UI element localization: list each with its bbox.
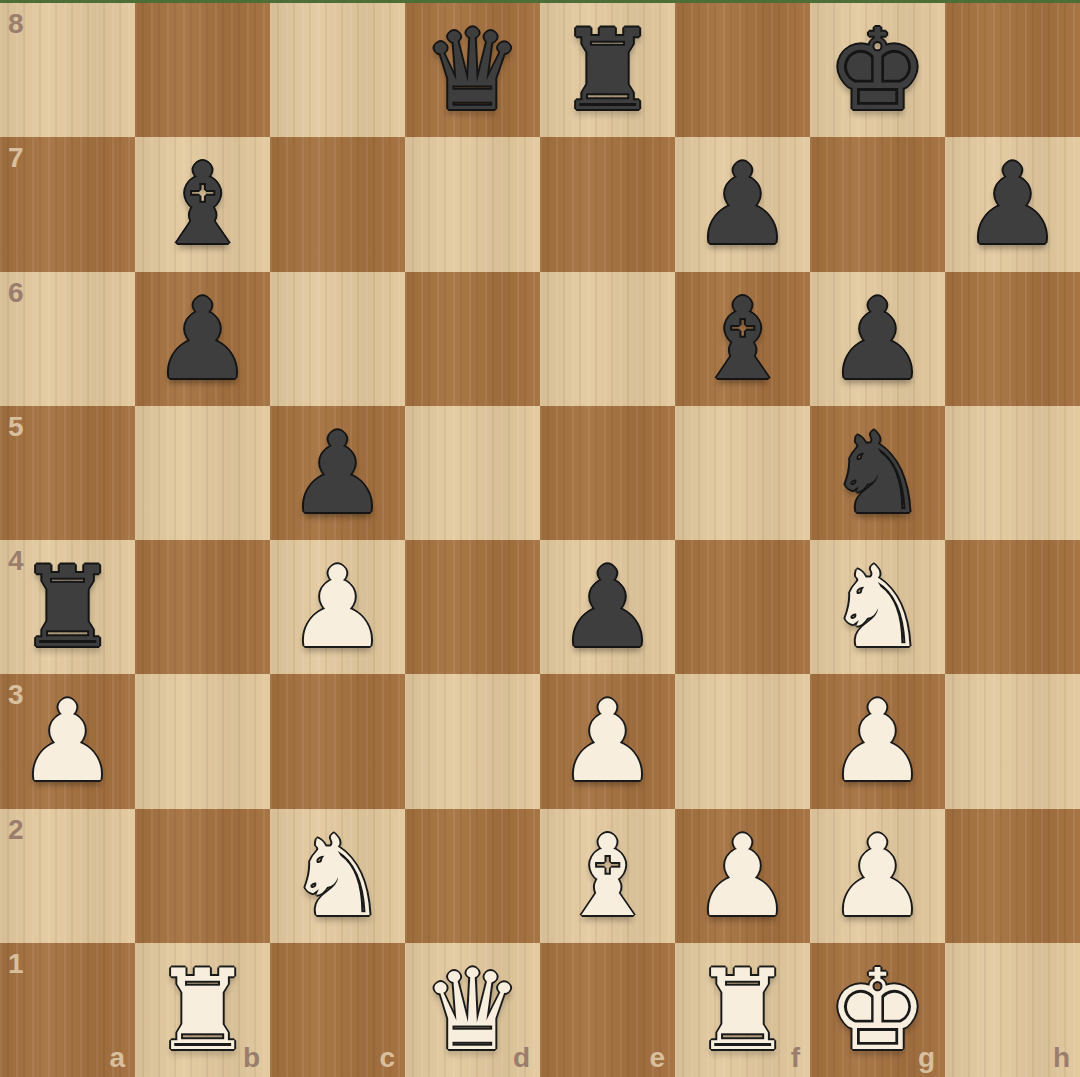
white-pawn[interactable]: ♟ — [827, 820, 927, 932]
square-b3[interactable] — [135, 674, 270, 808]
square-a8[interactable]: 8 — [0, 3, 135, 137]
file-label-e: e — [649, 1042, 665, 1074]
square-a7[interactable]: 7 — [0, 137, 135, 271]
square-h3[interactable] — [945, 674, 1080, 808]
black-pawn[interactable]: ♟ — [152, 283, 252, 395]
white-rook[interactable]: ♜ — [152, 954, 252, 1066]
square-d1[interactable]: d♛ — [405, 943, 540, 1077]
white-pawn[interactable]: ♟ — [827, 685, 927, 797]
square-d6[interactable] — [405, 272, 540, 406]
black-rook[interactable]: ♜ — [557, 14, 657, 126]
black-bishop[interactable]: ♝ — [692, 283, 792, 395]
square-a3[interactable]: 3♟ — [0, 674, 135, 808]
square-h4[interactable] — [945, 540, 1080, 674]
square-f8[interactable] — [675, 3, 810, 137]
rank-label-5: 5 — [8, 411, 24, 443]
square-c1[interactable]: c — [270, 943, 405, 1077]
square-f5[interactable] — [675, 406, 810, 540]
black-pawn[interactable]: ♟ — [287, 417, 387, 529]
file-label-h: h — [1053, 1042, 1070, 1074]
square-b5[interactable] — [135, 406, 270, 540]
square-d4[interactable] — [405, 540, 540, 674]
square-b8[interactable] — [135, 3, 270, 137]
white-knight[interactable]: ♞ — [287, 820, 387, 932]
square-g6[interactable]: ♟ — [810, 272, 945, 406]
square-f2[interactable]: ♟ — [675, 809, 810, 943]
chess-board: 8♛♜♚7♝♟♟6♟♝♟5♟♞4♜♟♟♞3♟♟♟2♞♝♟♟1ab♜cd♛ef♜g… — [0, 3, 1080, 1077]
rank-label-1: 1 — [8, 948, 24, 980]
square-a4[interactable]: 4♜ — [0, 540, 135, 674]
square-e8[interactable]: ♜ — [540, 3, 675, 137]
square-f3[interactable] — [675, 674, 810, 808]
square-c3[interactable] — [270, 674, 405, 808]
square-c8[interactable] — [270, 3, 405, 137]
white-knight[interactable]: ♞ — [827, 551, 927, 663]
square-f6[interactable]: ♝ — [675, 272, 810, 406]
square-a6[interactable]: 6 — [0, 272, 135, 406]
square-b7[interactable]: ♝ — [135, 137, 270, 271]
square-b1[interactable]: b♜ — [135, 943, 270, 1077]
white-pawn[interactable]: ♟ — [287, 551, 387, 663]
square-h8[interactable] — [945, 3, 1080, 137]
square-g5[interactable]: ♞ — [810, 406, 945, 540]
white-rook[interactable]: ♜ — [692, 954, 792, 1066]
square-c2[interactable]: ♞ — [270, 809, 405, 943]
square-g7[interactable] — [810, 137, 945, 271]
white-pawn[interactable]: ♟ — [17, 685, 117, 797]
white-pawn[interactable]: ♟ — [692, 820, 792, 932]
square-d2[interactable] — [405, 809, 540, 943]
square-g4[interactable]: ♞ — [810, 540, 945, 674]
square-b6[interactable]: ♟ — [135, 272, 270, 406]
square-h6[interactable] — [945, 272, 1080, 406]
square-c7[interactable] — [270, 137, 405, 271]
square-g2[interactable]: ♟ — [810, 809, 945, 943]
black-pawn[interactable]: ♟ — [692, 148, 792, 260]
white-king[interactable]: ♚ — [827, 954, 927, 1066]
square-f7[interactable]: ♟ — [675, 137, 810, 271]
square-a1[interactable]: 1a — [0, 943, 135, 1077]
rank-label-2: 2 — [8, 814, 24, 846]
square-d8[interactable]: ♛ — [405, 3, 540, 137]
square-g8[interactable]: ♚ — [810, 3, 945, 137]
square-c4[interactable]: ♟ — [270, 540, 405, 674]
rank-label-7: 7 — [8, 142, 24, 174]
square-a2[interactable]: 2 — [0, 809, 135, 943]
square-e3[interactable]: ♟ — [540, 674, 675, 808]
square-e6[interactable] — [540, 272, 675, 406]
square-f4[interactable] — [675, 540, 810, 674]
black-rook[interactable]: ♜ — [17, 551, 117, 663]
square-g3[interactable]: ♟ — [810, 674, 945, 808]
white-bishop[interactable]: ♝ — [557, 820, 657, 932]
square-d3[interactable] — [405, 674, 540, 808]
square-g1[interactable]: g♚ — [810, 943, 945, 1077]
square-h2[interactable] — [945, 809, 1080, 943]
file-label-c: c — [379, 1042, 395, 1074]
square-a5[interactable]: 5 — [0, 406, 135, 540]
rank-label-8: 8 — [8, 8, 24, 40]
black-bishop[interactable]: ♝ — [152, 148, 252, 260]
square-h1[interactable]: h — [945, 943, 1080, 1077]
white-queen[interactable]: ♛ — [422, 954, 522, 1066]
square-c5[interactable]: ♟ — [270, 406, 405, 540]
square-e7[interactable] — [540, 137, 675, 271]
black-queen[interactable]: ♛ — [422, 14, 522, 126]
square-e2[interactable]: ♝ — [540, 809, 675, 943]
square-c6[interactable] — [270, 272, 405, 406]
square-b4[interactable] — [135, 540, 270, 674]
file-label-a: a — [109, 1042, 125, 1074]
square-f1[interactable]: f♜ — [675, 943, 810, 1077]
square-e4[interactable]: ♟ — [540, 540, 675, 674]
square-e1[interactable]: e — [540, 943, 675, 1077]
square-d5[interactable] — [405, 406, 540, 540]
black-pawn[interactable]: ♟ — [962, 148, 1062, 260]
square-b2[interactable] — [135, 809, 270, 943]
black-pawn[interactable]: ♟ — [827, 283, 927, 395]
black-knight[interactable]: ♞ — [827, 417, 927, 529]
square-d7[interactable] — [405, 137, 540, 271]
square-e5[interactable] — [540, 406, 675, 540]
rank-label-6: 6 — [8, 277, 24, 309]
black-king[interactable]: ♚ — [827, 14, 927, 126]
square-h7[interactable]: ♟ — [945, 137, 1080, 271]
black-pawn[interactable]: ♟ — [557, 551, 657, 663]
chess-board-page: 8♛♜♚7♝♟♟6♟♝♟5♟♞4♜♟♟♞3♟♟♟2♞♝♟♟1ab♜cd♛ef♜g… — [0, 0, 1080, 1077]
square-h5[interactable] — [945, 406, 1080, 540]
white-pawn[interactable]: ♟ — [557, 685, 657, 797]
